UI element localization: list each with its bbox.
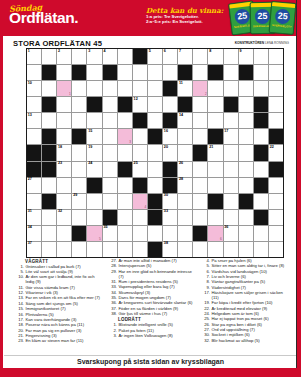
letter-cell[interactable] <box>148 81 162 96</box>
letter-cell[interactable] <box>239 242 253 257</box>
cell-number: 25 <box>134 161 138 166</box>
bonus-letter-order: 2 <box>205 93 207 97</box>
letter-cell[interactable]: 38 <box>163 242 177 257</box>
cell-number: 10 <box>28 81 32 86</box>
black-cell <box>87 97 101 112</box>
newspaper-crossword-page: Söndag Ordflätan. Detta kan du vinna: 1:… <box>0 0 301 377</box>
letter-cell[interactable] <box>148 226 162 241</box>
black-cell <box>72 129 86 144</box>
clue-column-1: VÅGRÄTT1.Grönsaker i sallad på burk (7)5… <box>16 259 104 353</box>
letter-cell[interactable]: 12 <box>133 97 147 112</box>
black-cell <box>118 162 132 177</box>
letter-cell[interactable] <box>254 194 268 209</box>
letter-cell[interactable] <box>208 210 222 225</box>
black-cell <box>193 226 207 241</box>
letter-cell[interactable]: 5 <box>87 226 101 241</box>
letter-cell[interactable] <box>42 178 56 193</box>
black-cell <box>208 129 222 144</box>
lottery-ticket-icon: 25 SVERIGELOTT <box>269 1 297 35</box>
letter-cell[interactable] <box>254 49 268 64</box>
letter-cell[interactable] <box>269 81 283 96</box>
letter-cell[interactable] <box>269 242 283 257</box>
clue-text: Är den som går i ledband, inte fix och l… <box>26 275 105 285</box>
prize-info: Detta kan du vinna: 1:a pris: Tre Sverig… <box>146 7 234 25</box>
letter-cell[interactable]: 5 <box>148 49 162 64</box>
cell-number: 6 <box>164 49 166 54</box>
clue-text: En kläm av steven man får (11) <box>26 339 105 344</box>
letter-cell[interactable]: 21 <box>208 145 222 160</box>
cell-number: 1 <box>28 49 30 54</box>
black-cell <box>72 226 86 241</box>
letter-cell[interactable]: 14 <box>178 113 192 128</box>
constructor-credit: KONSTRUKTÖREN LENA RÖNNING <box>235 41 289 45</box>
letter-cell[interactable] <box>57 242 71 257</box>
black-cell <box>254 145 268 160</box>
letter-cell[interactable] <box>208 97 222 112</box>
letter-cell[interactable]: 18 <box>57 145 71 160</box>
letter-cell[interactable]: 35 <box>103 226 117 241</box>
letter-cell[interactable] <box>254 65 268 80</box>
letter-cell[interactable] <box>208 178 222 193</box>
letter-cell[interactable] <box>72 97 86 112</box>
letter-cell[interactable] <box>42 242 56 257</box>
letter-cell[interactable] <box>42 210 56 225</box>
black-cell <box>148 194 162 209</box>
letter-cell[interactable] <box>103 97 117 112</box>
letter-cell[interactable] <box>224 113 238 128</box>
masthead: Söndag Ordflätan. Detta kan du vinna: 1:… <box>0 0 301 36</box>
cell-number: 31 <box>28 209 32 214</box>
letter-cell[interactable] <box>254 129 268 144</box>
letter-cell[interactable] <box>239 97 253 112</box>
letter-cell[interactable] <box>118 113 132 128</box>
clue-item: 3.Är ingen liten Volkswagen (8) <box>109 334 197 339</box>
letter-cell[interactable] <box>57 97 71 112</box>
letter-cell[interactable] <box>103 162 117 177</box>
letter-cell[interactable] <box>42 81 56 96</box>
black-cell <box>239 65 253 80</box>
letter-cell[interactable]: 23 <box>57 162 71 177</box>
letter-cell[interactable] <box>118 194 132 209</box>
letter-cell[interactable] <box>224 49 238 64</box>
letter-cell[interactable] <box>208 113 222 128</box>
letter-cell[interactable] <box>239 178 253 193</box>
letter-cell[interactable] <box>178 226 192 241</box>
letter-cell[interactable]: 6 <box>163 49 177 64</box>
cell-number: 30 <box>164 193 168 198</box>
letter-cell[interactable]: 1 <box>27 49 41 64</box>
black-cell <box>103 210 117 225</box>
clue-number: 23. <box>16 339 24 344</box>
letter-cell[interactable] <box>87 194 101 209</box>
bonus-letter-order: 1 <box>69 93 71 97</box>
letter-cell[interactable] <box>224 81 238 96</box>
letter-cell[interactable]: 31 <box>27 210 41 225</box>
letter-cell[interactable] <box>103 113 117 128</box>
black-cell <box>224 97 238 112</box>
cell-number: 17 <box>224 129 228 134</box>
bonus-letter-order: 3 <box>129 141 131 145</box>
cell-number: 8 <box>209 49 211 54</box>
black-cell <box>163 113 177 128</box>
letter-cell[interactable] <box>193 97 207 112</box>
letter-cell[interactable] <box>208 81 222 96</box>
letter-cell[interactable] <box>193 178 207 193</box>
cell-number: 3 <box>88 49 90 54</box>
letter-cell[interactable] <box>239 145 253 160</box>
cell-number: 19 <box>88 145 92 150</box>
letter-cell[interactable] <box>224 194 238 209</box>
letter-cell[interactable] <box>103 194 117 209</box>
letter-cell[interactable] <box>118 242 132 257</box>
letter-cell[interactable] <box>239 129 253 144</box>
black-cell <box>254 178 268 193</box>
letter-cell[interactable] <box>72 162 86 177</box>
letter-cell[interactable] <box>193 65 207 80</box>
black-cell <box>148 129 162 144</box>
cell-number: 23 <box>58 161 62 166</box>
letter-cell[interactable] <box>133 242 147 257</box>
letter-cell[interactable] <box>42 113 56 128</box>
letter-cell[interactable] <box>239 162 253 177</box>
black-cell <box>133 178 147 193</box>
letter-cell[interactable] <box>148 113 162 128</box>
cell-number: 26 <box>179 161 183 166</box>
black-cell <box>239 194 253 209</box>
letter-cell[interactable] <box>27 97 41 112</box>
letter-cell[interactable] <box>269 178 283 193</box>
black-cell <box>254 97 268 112</box>
letter-cell[interactable] <box>133 226 147 241</box>
letter-cell[interactable] <box>178 129 192 144</box>
cell-number: 38 <box>164 241 168 246</box>
cell-number: 36 <box>224 225 228 230</box>
cell-number: 2 <box>58 49 60 54</box>
black-cell <box>27 162 41 177</box>
cell-number: 7 <box>179 49 181 54</box>
letter-cell[interactable] <box>118 65 132 80</box>
lottery-tickets: 25 SVERIGELOTT 25 SVERIGELOTT 25 SVERIGE… <box>235 2 295 34</box>
clue-number: 10. <box>16 275 24 285</box>
black-cell <box>148 242 162 257</box>
letter-cell[interactable]: 20 <box>163 145 177 160</box>
letter-cell[interactable] <box>163 97 177 112</box>
letter-cell[interactable] <box>224 145 238 160</box>
clue-column-2: 27.Är man inte alltid i månaden (7)28.In… <box>109 259 197 353</box>
letter-cell[interactable]: 1 <box>57 81 71 96</box>
cell-number: 13 <box>28 113 32 118</box>
letter-cell[interactable]: 27 <box>27 178 41 193</box>
constructor-name: LENA RÖNNING <box>265 41 289 45</box>
letter-cell[interactable] <box>178 210 192 225</box>
letter-cell[interactable]: 2 <box>57 49 71 64</box>
letter-cell[interactable] <box>163 226 177 241</box>
letter-cell[interactable]: 9 <box>239 49 253 64</box>
letter-cell[interactable] <box>269 226 283 241</box>
black-cell <box>269 162 283 177</box>
letter-cell[interactable]: 7 <box>178 49 192 64</box>
letter-cell[interactable] <box>133 145 147 160</box>
black-cell <box>42 97 56 112</box>
letter-cell[interactable] <box>269 49 283 64</box>
ticket-value: 25 <box>275 8 291 24</box>
letter-cell[interactable] <box>42 49 56 64</box>
prize-line-2: 2:a–5:e pris: En Sverigelott. <box>146 20 234 25</box>
clue-item: 32.Blir hackmat av allihop (5) <box>202 339 290 344</box>
cell-number: 28 <box>179 177 183 182</box>
letter-cell[interactable] <box>254 226 268 241</box>
cell-number: 33 <box>164 209 168 214</box>
letter-cell[interactable] <box>118 145 132 160</box>
letter-cell[interactable]: 30 <box>163 194 177 209</box>
clue-column-3: 4.På snurr på hjulen (6)5.Sitter en man … <box>202 259 290 353</box>
black-cell <box>254 210 268 225</box>
letter-cell[interactable]: 4 <box>103 49 117 64</box>
cell-number: 35 <box>103 225 107 230</box>
bonus-letter-order: 5 <box>99 238 101 242</box>
letter-cell[interactable] <box>178 145 192 160</box>
letter-cell[interactable] <box>148 178 162 193</box>
letter-cell[interactable] <box>72 81 86 96</box>
black-cell <box>163 178 177 193</box>
letter-cell[interactable] <box>72 49 86 64</box>
letter-cell[interactable] <box>72 242 86 257</box>
letter-cell[interactable]: 3 <box>118 129 132 144</box>
letter-cell[interactable] <box>27 65 41 80</box>
black-cell <box>178 65 192 80</box>
letter-cell[interactable] <box>133 210 147 225</box>
black-cell <box>133 49 147 64</box>
letter-cell[interactable] <box>57 226 71 241</box>
letter-cell[interactable] <box>193 210 207 225</box>
letter-cell[interactable] <box>57 194 71 209</box>
cell-number: 32 <box>58 209 62 214</box>
ticket-band <box>272 2 295 8</box>
letter-cell[interactable] <box>193 242 207 257</box>
letter-cell[interactable]: 17 <box>224 129 238 144</box>
letter-cell[interactable] <box>239 113 253 128</box>
letter-cell[interactable] <box>27 194 41 209</box>
black-cell <box>103 65 117 80</box>
letter-cell[interactable]: 37 <box>27 242 41 257</box>
letter-cell[interactable] <box>178 194 192 209</box>
letter-cell[interactable] <box>103 242 117 257</box>
letter-cell[interactable] <box>87 65 101 80</box>
letter-cell[interactable]: 2 <box>193 81 207 96</box>
clue-text: Är ingen liten Volkswagen (8) <box>119 334 198 339</box>
black-cell <box>42 194 56 209</box>
letter-cell[interactable]: 11 <box>178 81 192 96</box>
letter-cell[interactable] <box>103 81 117 96</box>
letter-cell[interactable] <box>148 162 162 177</box>
bonus-letter-order: 4 <box>144 206 146 210</box>
black-cell <box>163 81 177 96</box>
letter-cell[interactable] <box>239 210 253 225</box>
letter-cell[interactable] <box>103 178 117 193</box>
letter-cell[interactable] <box>57 129 71 144</box>
black-cell <box>42 162 56 177</box>
cell-number: 29 <box>73 193 77 198</box>
bonus-letter-order: 6 <box>220 238 222 242</box>
letter-cell[interactable] <box>224 65 238 80</box>
letter-cell[interactable] <box>87 242 101 257</box>
logo: Söndag Ordflätan. <box>9 3 78 26</box>
black-cell <box>42 145 56 160</box>
letter-cell[interactable] <box>118 178 132 193</box>
clue-number: 32. <box>202 339 210 344</box>
answer-coupon-note: Svarskupong på sista sidan av kryssbilag… <box>0 358 301 365</box>
cell-number: 37 <box>28 241 32 246</box>
letter-cell[interactable]: 10 <box>27 81 41 96</box>
letter-cell[interactable] <box>87 81 101 96</box>
black-cell <box>269 129 283 144</box>
letter-cell[interactable] <box>118 210 132 225</box>
letter-cell[interactable] <box>208 162 222 177</box>
letter-cell[interactable]: 32 <box>57 210 71 225</box>
letter-cell[interactable] <box>72 113 86 128</box>
black-cell <box>42 65 56 80</box>
page-edge-right <box>296 0 301 377</box>
page-title: STORA ORDFLÄTAN 45 <box>13 39 102 48</box>
letter-cell[interactable] <box>163 65 177 80</box>
letter-cell[interactable] <box>118 49 132 64</box>
letter-cell[interactable] <box>269 194 283 209</box>
letter-cell[interactable]: 13 <box>27 113 41 128</box>
letter-cell[interactable] <box>133 129 147 144</box>
ticket-label: SVERIGELOTT <box>270 24 293 29</box>
letter-cell[interactable]: 24 <box>87 162 101 177</box>
clue-text: Blir hackmat av allihop (5) <box>212 339 291 344</box>
letter-cell[interactable] <box>133 65 147 80</box>
letter-cell[interactable] <box>87 113 101 128</box>
cell-number: 12 <box>134 97 138 102</box>
letter-cell[interactable] <box>239 226 253 241</box>
black-cell <box>193 145 207 160</box>
letter-cell[interactable] <box>269 210 283 225</box>
letter-cell[interactable] <box>193 129 207 144</box>
letter-cell[interactable] <box>148 145 162 160</box>
letter-cell[interactable] <box>224 162 238 177</box>
letter-cell[interactable]: 16 <box>163 129 177 144</box>
cell-number: 11 <box>179 81 183 86</box>
letter-cell[interactable] <box>103 129 117 144</box>
clue-number: 38. <box>109 312 117 317</box>
cell-number: 18 <box>58 145 62 150</box>
letter-cell[interactable]: 8 <box>208 49 222 64</box>
letter-cell[interactable]: 19 <box>87 145 101 160</box>
letter-cell[interactable] <box>27 129 41 144</box>
cell-number: 20 <box>164 145 168 150</box>
clue-number: 3. <box>109 334 117 339</box>
letter-cell[interactable] <box>72 178 86 193</box>
cell-number: 27 <box>28 177 32 182</box>
letter-cell[interactable] <box>224 178 238 193</box>
page-edge-bottom <box>0 368 301 377</box>
letter-cell[interactable] <box>269 65 283 80</box>
letter-cell[interactable] <box>208 242 222 257</box>
ticket-value: 25 <box>234 8 251 25</box>
letter-cell[interactable]: 3 <box>87 49 101 64</box>
black-cell <box>87 178 101 193</box>
cell-number: 22 <box>270 145 274 150</box>
black-cell <box>42 129 56 144</box>
letter-cell[interactable] <box>269 97 283 112</box>
black-cell <box>27 145 41 160</box>
letter-cell[interactable] <box>193 113 207 128</box>
letter-cell[interactable]: 29 <box>72 194 86 209</box>
letter-cell[interactable] <box>224 210 238 225</box>
black-cell <box>133 113 147 128</box>
letter-cell[interactable] <box>118 226 132 241</box>
cell-number: 24 <box>88 161 92 166</box>
letter-cell[interactable] <box>224 242 238 257</box>
letter-cell[interactable] <box>254 162 268 177</box>
cell-number: 15 <box>88 129 92 134</box>
letter-cell[interactable] <box>178 242 192 257</box>
letter-cell[interactable] <box>133 81 147 96</box>
letter-cell[interactable]: 22 <box>269 145 283 160</box>
letter-cell[interactable] <box>72 145 86 160</box>
letter-cell[interactable] <box>193 49 207 64</box>
letter-cell[interactable] <box>87 210 101 225</box>
letter-cell[interactable] <box>57 178 71 193</box>
cell-number: 9 <box>239 49 241 54</box>
crossword-grid[interactable]: 1234567891011121213141531617181920212223… <box>26 48 284 258</box>
letter-cell[interactable]: 33 <box>163 210 177 225</box>
black-cell <box>163 162 177 177</box>
cell-number: 4 <box>103 49 105 54</box>
letter-cell[interactable]: 15 <box>87 129 101 144</box>
letter-cell[interactable] <box>239 81 253 96</box>
cell-number: 16 <box>164 129 168 134</box>
ticket-value: 25 <box>255 9 270 24</box>
letter-cell[interactable] <box>57 65 71 80</box>
cell-number: 21 <box>209 145 213 150</box>
letter-cell[interactable] <box>57 113 71 128</box>
black-cell <box>72 65 86 80</box>
letter-cell[interactable] <box>193 162 207 177</box>
clue-item: 23.En kläm av steven man får (11) <box>16 339 104 344</box>
letter-cell[interactable] <box>148 97 162 112</box>
letter-cell[interactable]: 25 <box>133 162 147 177</box>
cell-number: 34 <box>28 225 32 230</box>
letter-cell[interactable]: 34 <box>27 226 41 241</box>
letter-cell[interactable] <box>193 194 207 209</box>
black-cell <box>208 65 222 80</box>
cell-number: 5 <box>149 49 151 54</box>
letter-cell[interactable]: 4 <box>133 194 147 209</box>
letter-cell[interactable] <box>103 145 117 160</box>
page-edge-left <box>0 0 3 377</box>
letter-cell[interactable] <box>42 226 56 241</box>
footer-divider <box>4 355 296 356</box>
letter-cell[interactable] <box>254 242 268 257</box>
constructor-label: KONSTRUKTÖREN <box>235 41 264 45</box>
black-cell <box>148 210 162 225</box>
letter-cell[interactable] <box>269 113 283 128</box>
cell-number: 14 <box>179 113 183 118</box>
clue-item: 10.Är den som går i ledband, inte fix oc… <box>16 275 104 285</box>
letter-cell[interactable] <box>72 210 86 225</box>
letter-cell[interactable]: 26 <box>178 162 192 177</box>
letter-cell[interactable]: 36 <box>224 226 238 241</box>
letter-cell[interactable]: 28 <box>178 178 192 193</box>
letter-cell[interactable] <box>148 65 162 80</box>
letter-cell[interactable]: 6 <box>208 226 222 241</box>
black-cell <box>118 97 132 112</box>
letter-cell[interactable] <box>118 81 132 96</box>
letter-cell[interactable] <box>254 81 268 96</box>
